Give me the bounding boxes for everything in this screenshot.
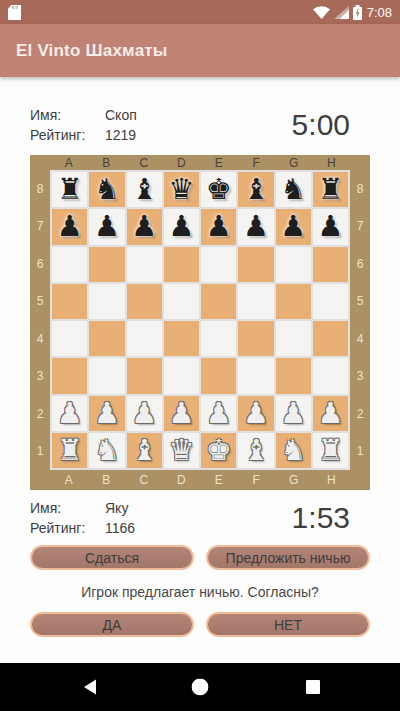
board-middle: 87654321 ♜♞♝♛♚♝♞♜♟♟♟♟♟♟♟♟♟♟♟♟♟♟♟♟♜♞♝♛♚♝♞… — [30, 170, 370, 470]
rank-label-8: 8 — [357, 182, 364, 196]
black-pawn: ♟ — [94, 212, 120, 241]
square-c6[interactable] — [127, 247, 162, 282]
file-label-b: B — [88, 156, 126, 170]
file-labels-top: ABCDEFGH — [50, 155, 350, 170]
file-label-h: H — [313, 473, 351, 487]
square-g4[interactable] — [276, 321, 311, 356]
file-label-c: C — [125, 473, 163, 487]
file-label-d: D — [163, 156, 201, 170]
square-c5[interactable] — [127, 284, 162, 319]
white-pawn: ♟ — [168, 399, 194, 428]
rank-label-8: 8 — [37, 182, 44, 196]
app-bar: El Vinto Шахматы — [0, 24, 400, 77]
black-knight: ♞ — [280, 175, 306, 204]
status-clock: 7:08 — [367, 5, 392, 20]
rank-label-2: 2 — [37, 407, 44, 421]
file-labels-bottom: ABCDEFGH — [50, 470, 350, 490]
app-screen: 7:08 El Vinto Шахматы Имя: Скоп Рейтинг:… — [0, 0, 400, 711]
square-d7[interactable]: ♟ — [164, 209, 199, 244]
white-pawn: ♟ — [317, 399, 343, 428]
white-pawn: ♟ — [94, 399, 120, 428]
player-bottom-details: Имя: Яку Рейтинг: 1166 — [30, 498, 292, 538]
yes-button[interactable]: ДА — [30, 612, 194, 637]
rank-label-5: 5 — [357, 294, 364, 308]
square-f7[interactable]: ♟ — [238, 209, 273, 244]
rank-label-3: 3 — [37, 369, 44, 383]
square-e4[interactable] — [201, 321, 236, 356]
square-h2[interactable]: ♟ — [313, 396, 348, 431]
square-c7[interactable]: ♟ — [127, 209, 162, 244]
square-f5[interactable] — [238, 284, 273, 319]
square-h4[interactable] — [313, 321, 348, 356]
black-bishop: ♝ — [131, 175, 157, 204]
square-g1[interactable]: ♞ — [276, 433, 311, 468]
clock-bottom: 1:53 — [292, 501, 350, 535]
rank-label-4: 4 — [37, 332, 44, 346]
square-b2[interactable]: ♟ — [89, 396, 124, 431]
player-info-bottom: Имя: Яку Рейтинг: 1166 1:53 — [30, 498, 370, 538]
square-e2[interactable]: ♟ — [201, 396, 236, 431]
square-f4[interactable] — [238, 321, 273, 356]
file-label-d: D — [163, 473, 201, 487]
square-f3[interactable] — [238, 358, 273, 393]
rank-label-3: 3 — [357, 369, 364, 383]
square-a3[interactable] — [52, 358, 87, 393]
player-top-details: Имя: Скоп Рейтинг: 1219 — [30, 105, 292, 145]
white-pawn: ♟ — [243, 399, 269, 428]
rank-label-7: 7 — [37, 219, 44, 233]
square-b3[interactable] — [89, 358, 124, 393]
square-f2[interactable]: ♟ — [238, 396, 273, 431]
square-g7[interactable]: ♟ — [276, 209, 311, 244]
white-queen: ♛ — [168, 436, 194, 465]
rating-label: Рейтинг: — [30, 520, 105, 536]
square-a2[interactable]: ♟ — [52, 396, 87, 431]
file-label-c: C — [125, 156, 163, 170]
square-b5[interactable] — [89, 284, 124, 319]
black-pawn: ♟ — [243, 212, 269, 241]
board-squares: ♜♞♝♛♚♝♞♜♟♟♟♟♟♟♟♟♟♟♟♟♟♟♟♟♜♞♝♛♚♝♞♜ — [50, 170, 350, 470]
black-rook: ♜ — [57, 175, 83, 204]
battery-charging-icon — [353, 5, 362, 20]
square-h3[interactable] — [313, 358, 348, 393]
rank-label-6: 6 — [357, 257, 364, 271]
file-label-e: E — [200, 473, 238, 487]
square-h8[interactable]: ♜ — [313, 172, 348, 207]
square-h1[interactable]: ♜ — [313, 433, 348, 468]
back-icon[interactable] — [83, 679, 97, 695]
square-g2[interactable]: ♟ — [276, 396, 311, 431]
file-label-g: G — [275, 156, 313, 170]
rank-label-5: 5 — [37, 294, 44, 308]
square-e8[interactable]: ♚ — [201, 172, 236, 207]
player-rating: 1219 — [105, 127, 292, 143]
square-d8[interactable]: ♛ — [164, 172, 199, 207]
rank-labels-left: 87654321 — [30, 170, 50, 470]
draw-offer-message: Игрок предлагает ничью. Согласны? — [30, 584, 370, 600]
square-e5[interactable] — [201, 284, 236, 319]
rank-label-7: 7 — [357, 219, 364, 233]
home-icon[interactable] — [192, 679, 209, 696]
offer-draw-button[interactable]: Предложить ничью — [206, 545, 370, 570]
square-h6[interactable] — [313, 247, 348, 282]
rank-label-2: 2 — [357, 407, 364, 421]
square-e7[interactable]: ♟ — [201, 209, 236, 244]
status-bar: 7:08 — [0, 0, 400, 24]
name-label: Имя: — [30, 500, 105, 516]
square-g3[interactable] — [276, 358, 311, 393]
black-queen: ♛ — [168, 175, 194, 204]
chess-board: ABCDEFGH 87654321 ♜♞♝♛♚♝♞♜♟♟♟♟♟♟♟♟♟♟♟♟♟♟… — [30, 155, 370, 490]
square-b8[interactable]: ♞ — [89, 172, 124, 207]
player-name: Скоп — [105, 107, 292, 123]
white-pawn: ♟ — [206, 399, 232, 428]
file-label-b: B — [88, 473, 126, 487]
square-b1[interactable]: ♞ — [89, 433, 124, 468]
square-d1[interactable]: ♛ — [164, 433, 199, 468]
square-g5[interactable] — [276, 284, 311, 319]
black-bishop: ♝ — [243, 175, 269, 204]
black-rook: ♜ — [317, 175, 343, 204]
square-d6[interactable] — [164, 247, 199, 282]
black-pawn: ♟ — [131, 212, 157, 241]
app-title: El Vinto Шахматы — [16, 41, 168, 61]
square-e6[interactable] — [201, 247, 236, 282]
square-e3[interactable] — [201, 358, 236, 393]
file-label-f: F — [238, 156, 276, 170]
square-d5[interactable] — [164, 284, 199, 319]
square-h7[interactable]: ♟ — [313, 209, 348, 244]
content: Имя: Скоп Рейтинг: 1219 5:00 ABCDEFGH 87… — [0, 105, 400, 637]
square-d4[interactable] — [164, 321, 199, 356]
file-label-h: H — [313, 156, 351, 170]
cell-signal-icon — [334, 6, 349, 19]
white-pawn: ♟ — [57, 399, 83, 428]
rank-label-4: 4 — [357, 332, 364, 346]
square-g6[interactable] — [276, 247, 311, 282]
player-name: Яку — [105, 500, 292, 516]
square-f8[interactable]: ♝ — [238, 172, 273, 207]
square-c8[interactable]: ♝ — [127, 172, 162, 207]
square-c1[interactable]: ♝ — [127, 433, 162, 468]
square-a8[interactable]: ♜ — [52, 172, 87, 207]
player-info-top: Имя: Скоп Рейтинг: 1219 5:00 — [30, 105, 370, 145]
black-pawn: ♟ — [168, 212, 194, 241]
square-a7[interactable]: ♟ — [52, 209, 87, 244]
black-pawn: ♟ — [57, 212, 83, 241]
square-b6[interactable] — [89, 247, 124, 282]
square-a4[interactable] — [52, 321, 87, 356]
square-b4[interactable] — [89, 321, 124, 356]
square-b7[interactable]: ♟ — [89, 209, 124, 244]
name-label: Имя: — [30, 107, 105, 123]
white-rook: ♜ — [317, 436, 343, 465]
black-pawn: ♟ — [280, 212, 306, 241]
answer-button-row: ДА НЕТ — [30, 612, 370, 637]
square-c3[interactable] — [127, 358, 162, 393]
square-a1[interactable]: ♜ — [52, 433, 87, 468]
android-nav-bar — [0, 663, 400, 711]
square-d2[interactable]: ♟ — [164, 396, 199, 431]
no-button[interactable]: НЕТ — [206, 612, 370, 637]
white-bishop: ♝ — [243, 436, 269, 465]
white-pawn: ♟ — [131, 399, 157, 428]
black-pawn: ♟ — [317, 212, 343, 241]
file-label-a: A — [50, 156, 88, 170]
file-label-e: E — [200, 156, 238, 170]
file-label-a: A — [50, 473, 88, 487]
black-king: ♚ — [206, 175, 232, 204]
square-a5[interactable] — [52, 284, 87, 319]
rank-label-6: 6 — [37, 257, 44, 271]
square-d3[interactable] — [164, 358, 199, 393]
file-label-f: F — [238, 473, 276, 487]
square-a6[interactable] — [52, 247, 87, 282]
sd-card-icon — [8, 5, 21, 20]
square-c2[interactable]: ♟ — [127, 396, 162, 431]
square-f1[interactable]: ♝ — [238, 433, 273, 468]
rating-label: Рейтинг: — [30, 127, 105, 143]
square-c4[interactable] — [127, 321, 162, 356]
white-knight: ♞ — [280, 436, 306, 465]
player-rating: 1166 — [105, 520, 292, 536]
white-bishop: ♝ — [131, 436, 157, 465]
black-pawn: ♟ — [206, 212, 232, 241]
square-h5[interactable] — [313, 284, 348, 319]
white-knight: ♞ — [94, 436, 120, 465]
white-rook: ♜ — [57, 436, 83, 465]
rank-label-1: 1 — [37, 444, 44, 458]
resign-button[interactable]: Сдаться — [30, 545, 194, 570]
white-pawn: ♟ — [280, 399, 306, 428]
square-f6[interactable] — [238, 247, 273, 282]
file-label-g: G — [275, 473, 313, 487]
white-king: ♚ — [206, 436, 232, 465]
clock-top: 5:00 — [292, 108, 350, 142]
square-g8[interactable]: ♞ — [276, 172, 311, 207]
wifi-icon — [313, 6, 330, 19]
square-e1[interactable]: ♚ — [201, 433, 236, 468]
black-knight: ♞ — [94, 175, 120, 204]
rank-labels-right: 87654321 — [350, 170, 370, 470]
rank-label-1: 1 — [357, 444, 364, 458]
recents-icon[interactable] — [306, 680, 320, 694]
action-button-row: Сдаться Предложить ничью — [30, 545, 370, 570]
